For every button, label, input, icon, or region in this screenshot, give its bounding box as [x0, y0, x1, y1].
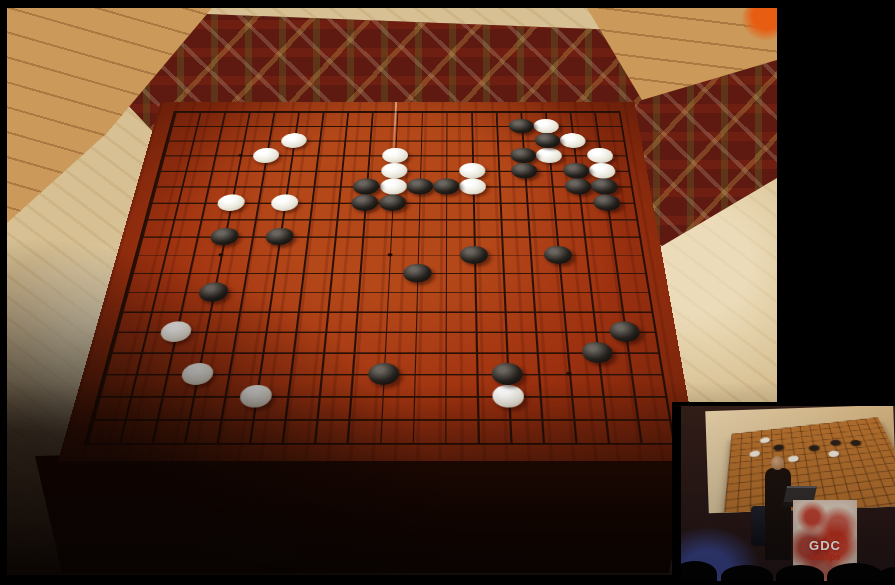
stage-lighting-wash: [681, 406, 895, 581]
white-stone: [159, 321, 193, 341]
white-stone: [180, 363, 215, 385]
white-stone: [380, 163, 407, 179]
goban: [103, 8, 677, 527]
star-point: [387, 253, 392, 256]
black-stone: [508, 119, 534, 133]
white-stone: [216, 195, 246, 211]
black-stone: [543, 246, 573, 264]
picture-in-picture-inset: GDC Europe: [672, 402, 895, 585]
black-stone: [197, 282, 230, 301]
black-stone: [564, 179, 592, 195]
black-stone: [209, 228, 240, 245]
black-stone: [265, 228, 295, 245]
white-stone: [492, 385, 524, 408]
white-stone: [533, 119, 559, 133]
black-stone: [562, 163, 590, 179]
black-stone: [378, 195, 406, 211]
white-stone: [379, 179, 406, 195]
go-grid-19x19: [84, 111, 676, 445]
white-stone: [381, 148, 407, 163]
white-stone: [270, 195, 299, 211]
white-stone: [535, 148, 562, 163]
white-stone: [559, 133, 586, 148]
video-frame: GDC Europe: [0, 0, 895, 585]
white-stone: [252, 148, 280, 163]
black-stone: [351, 195, 379, 211]
black-stone: [491, 363, 523, 385]
black-stone: [510, 148, 537, 163]
go-board-photo: [7, 8, 777, 575]
star-point: [238, 154, 243, 157]
black-stone: [581, 342, 614, 363]
white-stone: [280, 133, 307, 148]
conference-stage: GDC Europe: [681, 406, 895, 581]
black-stone: [534, 133, 561, 148]
goban-wood: [58, 102, 699, 460]
white-stone: [459, 179, 486, 195]
black-stone: [406, 179, 433, 195]
black-stone: [590, 179, 619, 195]
star-point: [566, 372, 572, 376]
black-stone: [353, 179, 381, 195]
white-stone: [588, 163, 616, 179]
black-stone: [511, 163, 538, 179]
white-stone: [586, 148, 614, 163]
goban-top-surface: [58, 102, 699, 460]
white-stone: [239, 385, 274, 408]
black-stone: [460, 246, 488, 264]
black-stone: [433, 179, 460, 195]
black-stone: [402, 264, 431, 283]
black-stone: [367, 363, 399, 385]
black-stone: [608, 321, 641, 341]
white-stone: [459, 163, 485, 179]
star-point: [218, 253, 224, 256]
black-stone: [592, 195, 621, 211]
